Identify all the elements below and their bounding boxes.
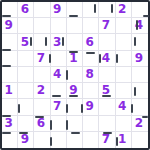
cell-r3c6[interactable]: 6 xyxy=(83,34,99,50)
cell-r2c3[interactable] xyxy=(34,18,50,34)
cell-r5c6[interactable]: 8 xyxy=(83,67,99,83)
cell-r4c9[interactable]: 9 xyxy=(132,51,148,67)
cell-r2c8[interactable] xyxy=(116,18,132,34)
cell-r2c1[interactable]: 9 xyxy=(2,18,18,34)
cell-r7c4[interactable]: 7 xyxy=(51,99,67,115)
cell-r8c9[interactable]: 2 xyxy=(132,116,148,132)
cell-r6c2[interactable] xyxy=(18,83,34,99)
cell-r9c1[interactable] xyxy=(2,132,18,148)
cell-r3c5[interactable] xyxy=(67,34,83,50)
cell-r3c2[interactable]: 5 xyxy=(18,34,34,50)
cell-r3c1[interactable] xyxy=(2,34,18,50)
cell-r5c2[interactable] xyxy=(18,67,34,83)
cell-r3c4[interactable]: 3 xyxy=(51,34,67,50)
cell-r4c1[interactable] xyxy=(2,51,18,67)
cell-r2c7[interactable]: 7 xyxy=(99,18,115,34)
cell-r3c3[interactable] xyxy=(34,34,50,50)
cell-r1c9[interactable] xyxy=(132,2,148,18)
cell-r4c3[interactable]: 7 xyxy=(34,51,50,67)
cell-r1c5[interactable] xyxy=(67,2,83,18)
cell-r4c5[interactable]: 1 xyxy=(67,51,83,67)
cell-r3c9[interactable] xyxy=(132,34,148,50)
cell-r8c5[interactable] xyxy=(67,116,83,132)
cell-r5c1[interactable] xyxy=(2,67,18,83)
cell-r6c5[interactable]: 9 xyxy=(67,83,83,99)
cell-r9c5[interactable] xyxy=(67,132,83,148)
cell-r8c6[interactable] xyxy=(83,116,99,132)
cell-r8c4[interactable] xyxy=(51,116,67,132)
cell-r9c9[interactable] xyxy=(132,132,148,148)
cell-r1c2[interactable]: 6 xyxy=(18,2,34,18)
cell-r8c8[interactable] xyxy=(116,116,132,132)
cell-r7c7[interactable] xyxy=(99,99,115,115)
cell-r6c3[interactable]: 2 xyxy=(34,83,50,99)
cell-r6c1[interactable]: 1 xyxy=(2,83,18,99)
cell-r6c8[interactable] xyxy=(116,83,132,99)
cell-r9c3[interactable] xyxy=(34,132,50,148)
cell-r7c3[interactable] xyxy=(34,99,50,115)
cell-r8c2[interactable] xyxy=(18,116,34,132)
cell-r5c5[interactable] xyxy=(67,67,83,83)
cell-r1c7[interactable] xyxy=(99,2,115,18)
cell-r2c5[interactable] xyxy=(67,18,83,34)
cell-r1c4[interactable]: 9 xyxy=(51,2,67,18)
cell-r6c6[interactable] xyxy=(83,83,99,99)
cell-r4c6[interactable] xyxy=(83,51,99,67)
sudoku-board: 6929745367149481295794362971 xyxy=(0,0,150,150)
cell-r2c2[interactable] xyxy=(18,18,34,34)
cell-r5c4[interactable]: 4 xyxy=(51,67,67,83)
cell-r8c3[interactable]: 6 xyxy=(34,116,50,132)
cell-r8c7[interactable] xyxy=(99,116,115,132)
cell-r1c3[interactable] xyxy=(34,2,50,18)
cell-r3c7[interactable] xyxy=(99,34,115,50)
cell-r7c9[interactable] xyxy=(132,99,148,115)
cell-r9c8[interactable]: 1 xyxy=(116,132,132,148)
cell-r9c6[interactable] xyxy=(83,132,99,148)
cell-r4c8[interactable] xyxy=(116,51,132,67)
cell-r7c8[interactable]: 4 xyxy=(116,99,132,115)
cell-r2c9[interactable]: 4 xyxy=(132,18,148,34)
cell-r1c1[interactable] xyxy=(2,2,18,18)
cell-r7c6[interactable]: 9 xyxy=(83,99,99,115)
cell-r7c1[interactable] xyxy=(2,99,18,115)
sudoku-app: 6929745367149481295794362971 xyxy=(0,0,150,150)
cell-r3c8[interactable] xyxy=(116,34,132,50)
cell-r2c6[interactable] xyxy=(83,18,99,34)
sudoku-grid: 6929745367149481295794362971 xyxy=(2,2,148,148)
cell-r9c4[interactable] xyxy=(51,132,67,148)
cell-r5c7[interactable] xyxy=(99,67,115,83)
cell-r5c3[interactable] xyxy=(34,67,50,83)
cell-r1c6[interactable] xyxy=(83,2,99,18)
cell-r1c8[interactable]: 2 xyxy=(116,2,132,18)
cell-r7c5[interactable] xyxy=(67,99,83,115)
cell-r6c4[interactable] xyxy=(51,83,67,99)
cell-r9c7[interactable]: 7 xyxy=(99,132,115,148)
cell-r6c7[interactable]: 5 xyxy=(99,83,115,99)
cell-r5c8[interactable] xyxy=(116,67,132,83)
cell-r8c1[interactable]: 3 xyxy=(2,116,18,132)
cell-r9c2[interactable]: 9 xyxy=(18,132,34,148)
cell-r7c2[interactable] xyxy=(18,99,34,115)
cell-r4c7[interactable]: 4 xyxy=(99,51,115,67)
cell-r4c2[interactable] xyxy=(18,51,34,67)
cell-r2c4[interactable] xyxy=(51,18,67,34)
cell-r4c4[interactable] xyxy=(51,51,67,67)
cell-r6c9[interactable] xyxy=(132,83,148,99)
cell-r5c9[interactable] xyxy=(132,67,148,83)
